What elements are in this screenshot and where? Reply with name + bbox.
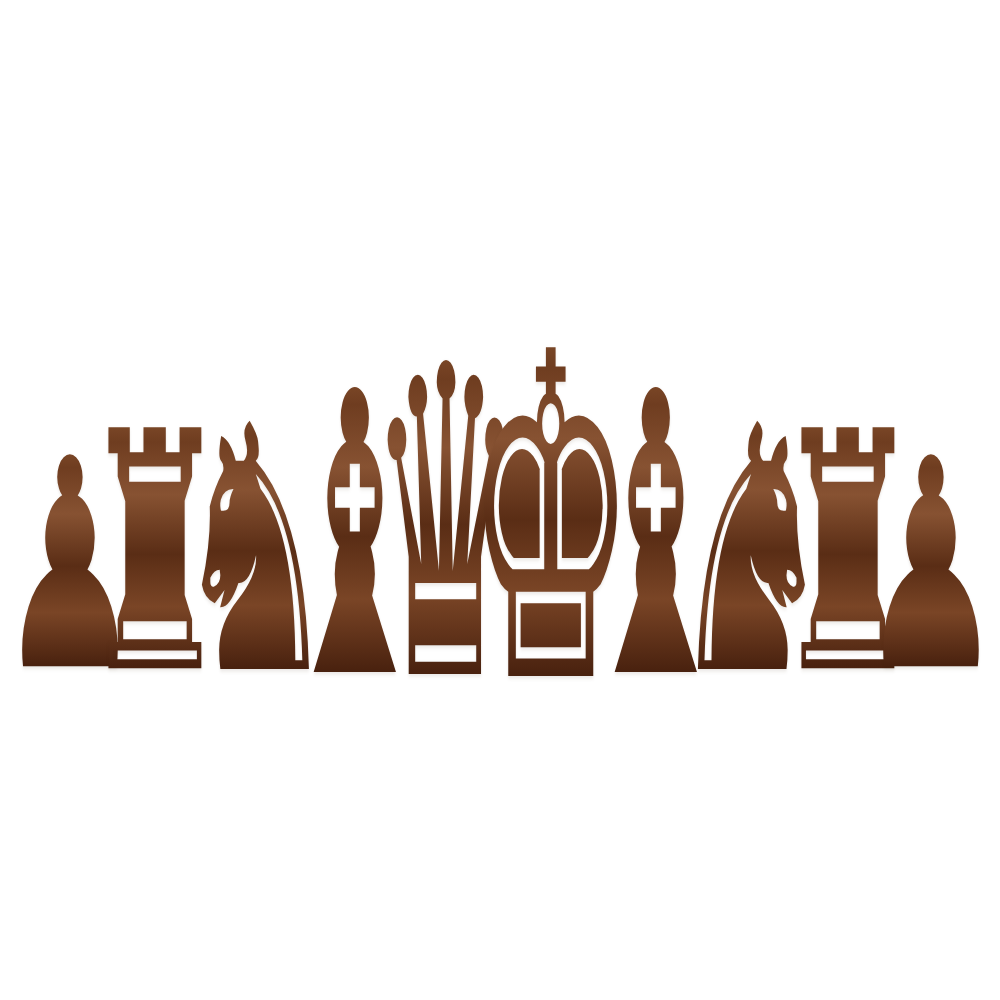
pawn-icon: ♟: [860, 421, 1000, 711]
piece-pawn-right: ♟: [896, 421, 966, 650]
product-photo-canvas: ♟ ♜ ♞ ♝ ♛ ♚ ♝ ♞ ♜ ♟: [0, 0, 1000, 1000]
chess-pieces-row: ♟ ♜ ♞ ♝ ♛ ♚ ♝ ♞ ♜ ♟: [0, 295, 1000, 651]
